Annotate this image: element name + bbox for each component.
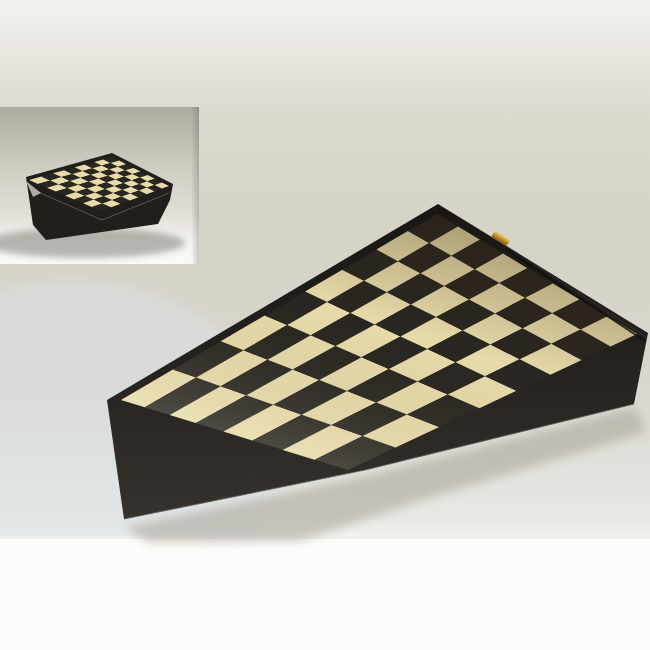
inset-right-shade bbox=[191, 107, 199, 265]
inset-bottom-edge bbox=[0, 264, 199, 266]
product-photo bbox=[0, 0, 650, 650]
backdrop-white-foreground bbox=[0, 539, 650, 650]
photo-svg bbox=[0, 0, 650, 650]
inset-photo bbox=[0, 107, 199, 266]
backdrop-table-edge bbox=[0, 536, 650, 539]
